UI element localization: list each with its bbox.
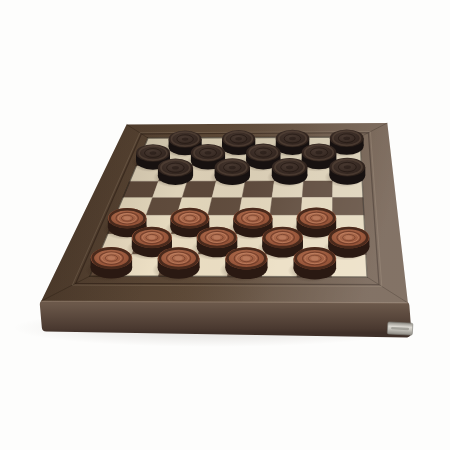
board-front-face <box>44 304 407 333</box>
board-photo-svg <box>0 0 450 450</box>
checkers-board <box>0 0 450 450</box>
brand-plaque <box>387 322 413 335</box>
product-photo-scene <box>0 0 450 450</box>
